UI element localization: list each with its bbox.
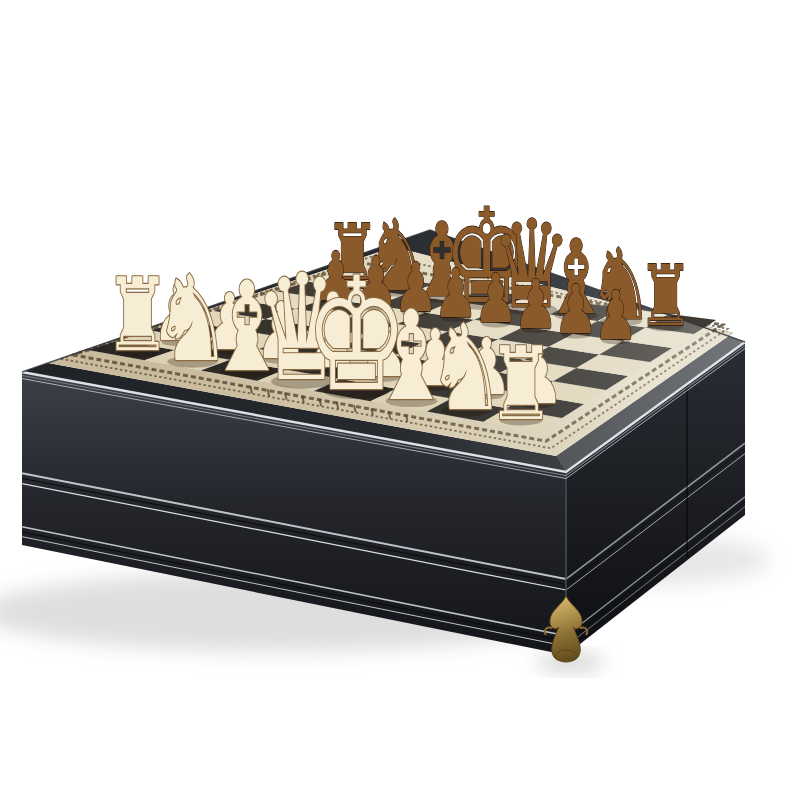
piece-black-pawn-h7: ♟: [593, 275, 638, 355]
piece-black-rook-h8: ♜: [638, 247, 694, 345]
chess-set-product-photo: ♜♞♝♟♚♟♛♟♝♟♞♟♜♟♟♟♟♟♜♟♞♟♝♟♛♟♚♟♝♟♞♜: [0, 0, 800, 800]
svg-text:♜: ♜: [488, 325, 555, 442]
scene-svg: ♜♞♝♟♚♟♛♟♝♟♞♟♜♟♟♟♟♟♜♟♞♟♝♟♛♟♚♟♝♟♞♜: [0, 0, 800, 800]
svg-text:♟: ♟: [593, 275, 638, 355]
piece-white-rook-h1: ♜: [488, 325, 555, 442]
svg-text:♜: ♜: [638, 247, 694, 345]
